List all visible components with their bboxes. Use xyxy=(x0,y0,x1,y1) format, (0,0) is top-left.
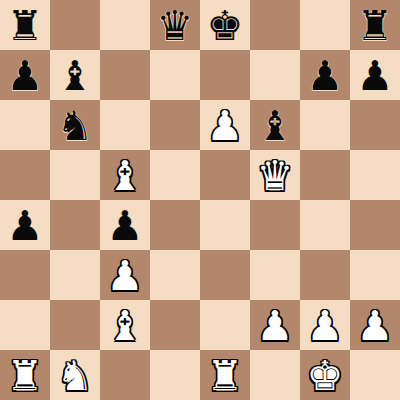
square-a2[interactable] xyxy=(0,300,50,350)
square-g2[interactable]: ♟ xyxy=(300,300,350,350)
square-c7[interactable] xyxy=(100,50,150,100)
piece-white-bishop[interactable]: ♝ xyxy=(107,151,144,201)
square-a4[interactable]: ♟ xyxy=(0,200,50,250)
piece-white-knight[interactable]: ♞ xyxy=(57,351,94,400)
piece-black-bishop[interactable]: ♝ xyxy=(257,101,294,151)
square-e6[interactable]: ♟ xyxy=(200,100,250,150)
piece-black-knight[interactable]: ♞ xyxy=(57,101,94,151)
square-f2[interactable]: ♟ xyxy=(250,300,300,350)
square-g7[interactable]: ♟ xyxy=(300,50,350,100)
piece-black-pawn[interactable]: ♟ xyxy=(7,201,44,251)
piece-black-queen[interactable]: ♛ xyxy=(157,1,194,51)
piece-white-pawn[interactable]: ♟ xyxy=(307,301,344,351)
square-b2[interactable] xyxy=(50,300,100,350)
square-c8[interactable] xyxy=(100,0,150,50)
square-f6[interactable]: ♝ xyxy=(250,100,300,150)
square-c4[interactable]: ♟ xyxy=(100,200,150,250)
square-e2[interactable] xyxy=(200,300,250,350)
square-c2[interactable]: ♝ xyxy=(100,300,150,350)
square-f8[interactable] xyxy=(250,0,300,50)
piece-white-bishop[interactable]: ♝ xyxy=(107,301,144,351)
square-h8[interactable]: ♜ xyxy=(350,0,400,50)
square-h6[interactable] xyxy=(350,100,400,150)
piece-black-bishop[interactable]: ♝ xyxy=(57,51,94,101)
piece-white-pawn[interactable]: ♟ xyxy=(357,301,394,351)
piece-black-rook[interactable]: ♜ xyxy=(7,1,44,51)
square-d6[interactable] xyxy=(150,100,200,150)
square-e5[interactable] xyxy=(200,150,250,200)
square-d5[interactable] xyxy=(150,150,200,200)
piece-white-rook[interactable]: ♜ xyxy=(207,351,244,400)
square-h1[interactable] xyxy=(350,350,400,400)
piece-white-pawn[interactable]: ♟ xyxy=(107,251,144,301)
square-a5[interactable] xyxy=(0,150,50,200)
piece-black-pawn[interactable]: ♟ xyxy=(357,51,394,101)
square-e8[interactable]: ♚ xyxy=(200,0,250,50)
piece-black-rook[interactable]: ♜ xyxy=(357,1,394,51)
square-g1[interactable]: ♚ xyxy=(300,350,350,400)
square-a6[interactable] xyxy=(0,100,50,150)
square-c1[interactable] xyxy=(100,350,150,400)
square-g5[interactable] xyxy=(300,150,350,200)
square-b6[interactable]: ♞ xyxy=(50,100,100,150)
square-b8[interactable] xyxy=(50,0,100,50)
square-f4[interactable] xyxy=(250,200,300,250)
square-a8[interactable]: ♜ xyxy=(0,0,50,50)
square-h4[interactable] xyxy=(350,200,400,250)
square-g3[interactable] xyxy=(300,250,350,300)
square-b7[interactable]: ♝ xyxy=(50,50,100,100)
square-c3[interactable]: ♟ xyxy=(100,250,150,300)
square-h7[interactable]: ♟ xyxy=(350,50,400,100)
square-b3[interactable] xyxy=(50,250,100,300)
chess-board: ♜♛♚♜♟♝♟♟♞♟♝♝♛♟♟♟♝♟♟♟♜♞♜♚ xyxy=(0,0,400,400)
square-c6[interactable] xyxy=(100,100,150,150)
square-f5[interactable]: ♛ xyxy=(250,150,300,200)
piece-black-pawn[interactable]: ♟ xyxy=(7,51,44,101)
chess-board-wrap: ♜♛♚♜♟♝♟♟♞♟♝♝♛♟♟♟♝♟♟♟♜♞♜♚ xyxy=(0,0,400,400)
square-g8[interactable] xyxy=(300,0,350,50)
piece-black-king[interactable]: ♚ xyxy=(207,1,244,51)
piece-black-pawn[interactable]: ♟ xyxy=(307,51,344,101)
square-c5[interactable]: ♝ xyxy=(100,150,150,200)
piece-black-pawn[interactable]: ♟ xyxy=(107,201,144,251)
square-g4[interactable] xyxy=(300,200,350,250)
square-h2[interactable]: ♟ xyxy=(350,300,400,350)
square-a1[interactable]: ♜ xyxy=(0,350,50,400)
square-e3[interactable] xyxy=(200,250,250,300)
square-d7[interactable] xyxy=(150,50,200,100)
piece-white-king[interactable]: ♚ xyxy=(307,351,344,400)
square-d2[interactable] xyxy=(150,300,200,350)
square-a7[interactable]: ♟ xyxy=(0,50,50,100)
square-a3[interactable] xyxy=(0,250,50,300)
square-d8[interactable]: ♛ xyxy=(150,0,200,50)
piece-white-queen[interactable]: ♛ xyxy=(257,151,294,201)
square-h3[interactable] xyxy=(350,250,400,300)
square-f1[interactable] xyxy=(250,350,300,400)
square-h5[interactable] xyxy=(350,150,400,200)
piece-white-pawn[interactable]: ♟ xyxy=(207,101,244,151)
square-b4[interactable] xyxy=(50,200,100,250)
square-e4[interactable] xyxy=(200,200,250,250)
square-e1[interactable]: ♜ xyxy=(200,350,250,400)
square-d3[interactable] xyxy=(150,250,200,300)
square-d1[interactable] xyxy=(150,350,200,400)
square-b5[interactable] xyxy=(50,150,100,200)
square-d4[interactable] xyxy=(150,200,200,250)
piece-white-pawn[interactable]: ♟ xyxy=(257,301,294,351)
square-b1[interactable]: ♞ xyxy=(50,350,100,400)
piece-white-rook[interactable]: ♜ xyxy=(7,351,44,400)
square-f7[interactable] xyxy=(250,50,300,100)
square-g6[interactable] xyxy=(300,100,350,150)
square-e7[interactable] xyxy=(200,50,250,100)
square-f3[interactable] xyxy=(250,250,300,300)
